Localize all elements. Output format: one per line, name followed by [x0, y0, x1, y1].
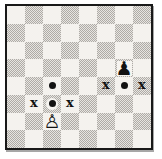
square-d8: [61, 6, 79, 24]
square-h2: [133, 113, 151, 131]
square-f7: [97, 24, 115, 42]
square-h8: [133, 6, 151, 24]
square-d7: [61, 24, 79, 42]
square-c8: [43, 6, 61, 24]
square-a6: [7, 42, 25, 60]
square-f6: [97, 42, 115, 60]
square-g8: [115, 6, 133, 24]
chess-diagram-page: ♟xxxx♙: [0, 0, 162, 159]
square-e7: [79, 24, 97, 42]
black-pawn: ♟: [115, 59, 132, 77]
square-b6: [25, 42, 43, 60]
square-e5: [79, 59, 97, 77]
square-e1: [79, 130, 97, 148]
chess-board: ♟xxxx♙: [7, 6, 151, 148]
square-c3: [43, 95, 61, 113]
square-b8: [25, 6, 43, 24]
square-d3: x: [61, 95, 79, 113]
square-g5: ♟: [115, 59, 133, 77]
square-b1: [25, 130, 43, 148]
square-d1: [61, 130, 79, 148]
square-h4: x: [133, 77, 151, 95]
square-f2: [97, 113, 115, 131]
square-b5: [25, 59, 43, 77]
capture-x-d3: x: [66, 96, 74, 109]
square-d6: [61, 42, 79, 60]
square-e4: [79, 77, 97, 95]
square-e3: [79, 95, 97, 113]
capture-x-f4: x: [102, 78, 110, 91]
square-b3: x: [25, 95, 43, 113]
white-pawn: ♙: [43, 113, 60, 131]
square-c1: [43, 130, 61, 148]
square-b2: [25, 113, 43, 131]
square-f4: x: [97, 77, 115, 95]
move-dot-c3: [49, 100, 56, 107]
square-h5: [133, 59, 151, 77]
square-a7: [7, 24, 25, 42]
square-f3: [97, 95, 115, 113]
square-a3: [7, 95, 25, 113]
square-e6: [79, 42, 97, 60]
square-f1: [97, 130, 115, 148]
capture-x-h4: x: [138, 78, 146, 91]
square-g2: [115, 113, 133, 131]
square-b7: [25, 24, 43, 42]
square-g3: [115, 95, 133, 113]
square-g4: [115, 77, 133, 95]
square-a5: [7, 59, 25, 77]
square-c2: ♙: [43, 113, 61, 131]
square-d4: [61, 77, 79, 95]
square-h3: [133, 95, 151, 113]
diagram-frame: ♟xxxx♙: [5, 4, 153, 150]
square-c6: [43, 42, 61, 60]
move-dot-g4: [121, 82, 128, 89]
square-g6: [115, 42, 133, 60]
square-g1: [115, 130, 133, 148]
square-g7: [115, 24, 133, 42]
square-a2: [7, 113, 25, 131]
square-b4: [25, 77, 43, 95]
square-c7: [43, 24, 61, 42]
square-c4: [43, 77, 61, 95]
square-a8: [7, 6, 25, 24]
square-a1: [7, 130, 25, 148]
capture-x-b3: x: [30, 96, 38, 109]
move-dot-c4: [49, 82, 56, 89]
square-a4: [7, 77, 25, 95]
square-e2: [79, 113, 97, 131]
square-h6: [133, 42, 151, 60]
square-c5: [43, 59, 61, 77]
square-h1: [133, 130, 151, 148]
square-d2: [61, 113, 79, 131]
square-e8: [79, 6, 97, 24]
square-f5: [97, 59, 115, 77]
square-f8: [97, 6, 115, 24]
square-h7: [133, 24, 151, 42]
square-d5: [61, 59, 79, 77]
